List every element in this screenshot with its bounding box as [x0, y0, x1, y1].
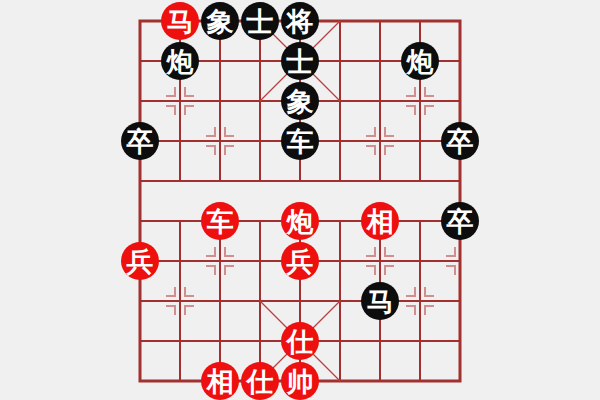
- board-point: 炮: [160, 41, 200, 81]
- board-point: 相: [200, 361, 240, 400]
- board-point: 炮: [280, 201, 320, 241]
- piece-black-soldier[interactable]: 卒: [441, 202, 479, 240]
- piece-glyph: 象: [287, 88, 314, 115]
- piece-red-soldier[interactable]: 兵: [281, 242, 319, 280]
- board-point: 兵: [280, 241, 320, 281]
- piece-glyph: 炮: [287, 208, 314, 235]
- board-point: 卒: [440, 121, 480, 161]
- piece-red-general[interactable]: 帅: [281, 362, 319, 400]
- piece-glyph: 卒: [127, 128, 154, 155]
- piece-black-advisor[interactable]: 士: [281, 42, 319, 80]
- piece-black-cannon[interactable]: 炮: [161, 42, 199, 80]
- piece-black-advisor[interactable]: 士: [241, 2, 279, 40]
- piece-black-elephant[interactable]: 象: [281, 82, 319, 120]
- board-point: 仕: [240, 361, 280, 400]
- piece-black-elephant[interactable]: 象: [201, 2, 239, 40]
- piece-glyph: 卒: [447, 128, 474, 155]
- board-point: 马: [360, 281, 400, 321]
- piece-glyph: 相: [207, 368, 234, 395]
- board-point: 车: [200, 201, 240, 241]
- piece-black-soldier[interactable]: 卒: [441, 122, 479, 160]
- piece-red-soldier[interactable]: 兵: [121, 242, 159, 280]
- piece-red-elephant[interactable]: 相: [361, 202, 399, 240]
- board-point: 帅: [280, 361, 320, 400]
- piece-glyph: 相: [367, 208, 394, 235]
- piece-red-chariot[interactable]: 车: [201, 202, 239, 240]
- board-point: 象: [280, 81, 320, 121]
- piece-black-chariot[interactable]: 车: [281, 122, 319, 160]
- board-point: 相: [360, 201, 400, 241]
- piece-glyph: 车: [287, 128, 314, 155]
- piece-glyph: 仕: [287, 328, 314, 355]
- board-point: 炮: [400, 41, 440, 81]
- piece-red-elephant[interactable]: 相: [201, 362, 239, 400]
- piece-glyph: 士: [247, 8, 274, 35]
- piece-black-general[interactable]: 将: [281, 2, 319, 40]
- piece-glyph: 兵: [127, 248, 154, 275]
- board-point: 卒: [120, 121, 160, 161]
- board-point: 将: [280, 1, 320, 41]
- board-point: 卒: [440, 201, 480, 241]
- piece-black-horse[interactable]: 马: [361, 282, 399, 320]
- piece-red-advisor[interactable]: 仕: [281, 322, 319, 360]
- piece-glyph: 兵: [287, 248, 314, 275]
- board-point: 兵: [120, 241, 160, 281]
- piece-glyph: 马: [367, 288, 394, 315]
- board-point: 马: [160, 1, 200, 41]
- board-point: 象: [200, 1, 240, 41]
- board-point: 车: [280, 121, 320, 161]
- piece-glyph: 马: [167, 8, 194, 35]
- piece-red-horse[interactable]: 马: [161, 2, 199, 40]
- piece-black-cannon[interactable]: 炮: [401, 42, 439, 80]
- board-point: 士: [240, 1, 280, 41]
- board-point: 仕: [280, 321, 320, 361]
- piece-glyph: 卒: [447, 208, 474, 235]
- piece-glyph: 车: [207, 208, 234, 235]
- piece-glyph: 士: [287, 48, 314, 75]
- piece-glyph: 炮: [407, 48, 434, 75]
- board-point: 士: [280, 41, 320, 81]
- xiangqi-board[interactable]: 马象士将炮士炮象卒车卒车炮相卒兵兵马仕相仕帅: [0, 0, 600, 400]
- piece-glyph: 仕: [247, 368, 274, 395]
- piece-glyph: 炮: [167, 48, 194, 75]
- piece-glyph: 象: [207, 8, 234, 35]
- pieces-layer: 马象士将炮士炮象卒车卒车炮相卒兵兵马仕相仕帅: [120, 1, 480, 400]
- piece-black-soldier[interactable]: 卒: [121, 122, 159, 160]
- piece-red-advisor[interactable]: 仕: [241, 362, 279, 400]
- piece-red-cannon[interactable]: 炮: [281, 202, 319, 240]
- piece-glyph: 将: [287, 8, 314, 35]
- piece-glyph: 帅: [287, 368, 314, 395]
